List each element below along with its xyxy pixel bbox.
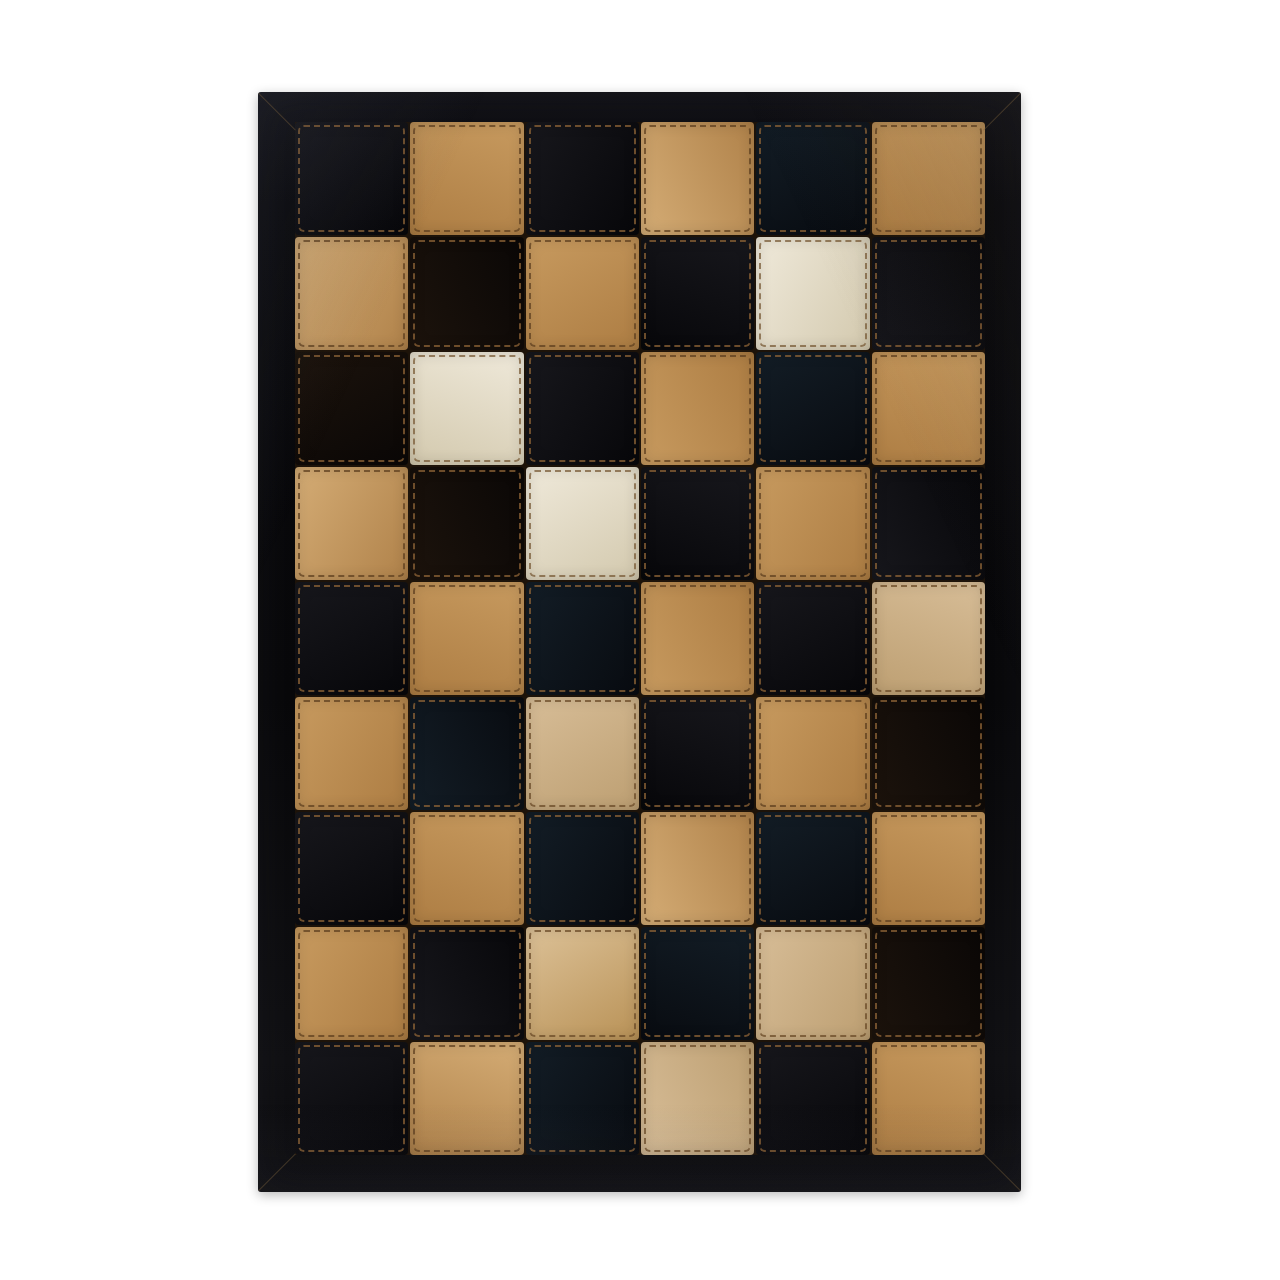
patch-r8c1-t: [295, 927, 408, 1040]
patch-r2c1-u: [295, 237, 408, 350]
patch-r3c2-c: [410, 352, 523, 465]
patch-r6c3-p: [526, 697, 639, 810]
patch-r5c6-p: [872, 582, 985, 695]
patch-r1c3-k: [526, 122, 639, 235]
patch-r6c6-n: [872, 697, 985, 810]
patch-r8c5-p: [756, 927, 869, 1040]
patch-r7c4-u: [641, 812, 754, 925]
patch-r5c4-t: [641, 582, 754, 695]
patch-r5c5-k: [756, 582, 869, 695]
patch-r4c2-n: [410, 467, 523, 580]
checkerboard-grid: [295, 122, 985, 1155]
patch-r7c2-t: [410, 812, 523, 925]
patch-r8c6-n: [872, 927, 985, 1040]
patch-r1c1-k: [295, 122, 408, 235]
patch-r7c1-k: [295, 812, 408, 925]
patch-r7c6-t: [872, 812, 985, 925]
patch-r6c4-k: [641, 697, 754, 810]
patch-r7c3-b: [526, 812, 639, 925]
patch-r4c5-t: [756, 467, 869, 580]
patch-r1c5-b: [756, 122, 869, 235]
patch-r6c1-t: [295, 697, 408, 810]
patch-r4c1-u: [295, 467, 408, 580]
patch-r9c5-k: [756, 1042, 869, 1155]
patch-r3c5-b: [756, 352, 869, 465]
patch-r9c2-u: [410, 1042, 523, 1155]
patch-r3c1-n: [295, 352, 408, 465]
patch-r8c2-k: [410, 927, 523, 1040]
border-mitre-seam: [983, 1154, 1020, 1191]
patch-r6c2-b: [410, 697, 523, 810]
patch-r9c3-b: [526, 1042, 639, 1155]
patch-r5c3-b: [526, 582, 639, 695]
patch-r4c3-c: [526, 467, 639, 580]
patch-r3c3-k: [526, 352, 639, 465]
patch-r1c2-t: [410, 122, 523, 235]
product-photo-background: [0, 0, 1280, 1280]
patch-r8c4-b: [641, 927, 754, 1040]
patch-r2c4-k: [641, 237, 754, 350]
patch-r5c2-t: [410, 582, 523, 695]
patch-r1c6-t: [872, 122, 985, 235]
patch-r9c1-k: [295, 1042, 408, 1155]
patch-r4c4-k: [641, 467, 754, 580]
patch-r6c5-t: [756, 697, 869, 810]
patch-r4c6-k: [872, 467, 985, 580]
patch-r9c4-p: [641, 1042, 754, 1155]
patch-r2c2-n: [410, 237, 523, 350]
patch-r9c6-t: [872, 1042, 985, 1155]
rug-border-frame: [258, 92, 1021, 1192]
border-mitre-seam: [258, 93, 295, 130]
border-mitre-seam: [258, 1154, 295, 1191]
patch-r2c3-t: [526, 237, 639, 350]
patch-r3c6-t: [872, 352, 985, 465]
patch-r2c5-c: [756, 237, 869, 350]
patch-r3c4-t: [641, 352, 754, 465]
patch-r5c1-k: [295, 582, 408, 695]
border-mitre-seam: [983, 93, 1020, 130]
patch-r1c4-u: [641, 122, 754, 235]
patch-r2c6-k: [872, 237, 985, 350]
patch-r8c3-g: [526, 927, 639, 1040]
patch-r7c5-b: [756, 812, 869, 925]
